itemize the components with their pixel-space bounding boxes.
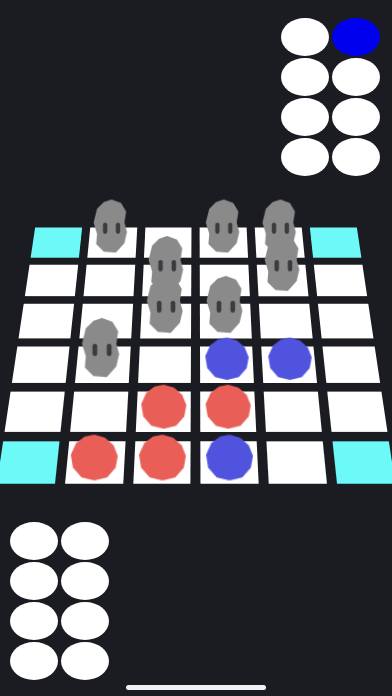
board-cell-r4c1[interactable] xyxy=(12,346,70,383)
piece-holder xyxy=(202,273,250,336)
rock-eye-left xyxy=(217,300,222,312)
tray-token-white[interactable] xyxy=(281,58,329,96)
board-cell-r1c1[interactable] xyxy=(31,227,82,257)
gray-rock-piece[interactable] xyxy=(89,197,134,255)
board-cell-r2c6[interactable] xyxy=(314,264,367,296)
board-cell-r5c1[interactable] xyxy=(5,392,65,432)
piece-holder xyxy=(140,383,187,429)
piece-holder xyxy=(142,273,190,336)
game-board xyxy=(18,201,374,483)
rock-eye-left xyxy=(158,260,162,272)
board-cell-r6c5[interactable] xyxy=(267,441,327,484)
gray-rock-piece[interactable] xyxy=(142,273,190,336)
board-cell-r1c6[interactable] xyxy=(310,227,361,257)
board-cell-r4c6[interactable] xyxy=(323,346,381,383)
tray-token-white[interactable] xyxy=(281,18,329,56)
tray-token-white[interactable] xyxy=(332,138,380,176)
piece-holder xyxy=(137,434,186,482)
piece-holder xyxy=(69,434,118,482)
board-cell-r1c4[interactable] xyxy=(200,227,248,257)
red-blob-piece[interactable] xyxy=(137,434,186,482)
board-cell-r2c2[interactable] xyxy=(83,264,135,296)
board-cell-r5c4[interactable] xyxy=(201,392,257,432)
game-screen xyxy=(0,0,392,696)
board-cell-r6c3[interactable] xyxy=(133,441,191,484)
red-blob-piece[interactable] xyxy=(140,383,187,429)
rock-eye-left xyxy=(216,222,220,233)
gray-rock-piece[interactable] xyxy=(261,234,307,294)
board-cell-r3c1[interactable] xyxy=(19,304,74,338)
rock-eye-left xyxy=(275,260,279,272)
board-cell-r6c1[interactable] xyxy=(0,441,59,484)
board-cell-r4c2[interactable] xyxy=(75,346,131,383)
board-cell-r3c4[interactable] xyxy=(200,304,252,338)
tray-token-white[interactable] xyxy=(61,602,109,640)
board-cell-r3c6[interactable] xyxy=(318,304,373,338)
piece-holder xyxy=(205,337,250,381)
blue-blob-piece[interactable] xyxy=(205,337,250,381)
red-blob-piece[interactable] xyxy=(205,383,252,429)
board-cell-r4c3[interactable] xyxy=(138,346,192,383)
gray-rock-piece[interactable] xyxy=(77,316,127,381)
board-cell-r5c2[interactable] xyxy=(70,392,128,432)
tray-token-blue[interactable] xyxy=(332,18,380,56)
red-player-tray xyxy=(10,522,109,682)
tray-token-white[interactable] xyxy=(332,58,380,96)
piece-holder xyxy=(268,337,313,381)
piece-holder xyxy=(89,197,134,255)
board-cell-r5c6[interactable] xyxy=(327,392,387,432)
rock-eye-left xyxy=(157,300,162,312)
board-cell-r2c1[interactable] xyxy=(25,264,78,296)
board-cell-r1c2[interactable] xyxy=(87,227,137,257)
rock-eye-right xyxy=(228,222,232,233)
gray-rock-piece[interactable] xyxy=(202,197,247,255)
board-cell-r4c5[interactable] xyxy=(262,346,318,383)
tray-token-white[interactable] xyxy=(332,98,380,136)
red-blob-piece[interactable] xyxy=(69,434,118,482)
tray-token-white[interactable] xyxy=(10,602,58,640)
rock-eye-right xyxy=(288,260,292,272)
blue-player-tray xyxy=(281,18,380,178)
tray-token-white[interactable] xyxy=(10,642,58,680)
tray-token-white[interactable] xyxy=(10,522,58,560)
rock-eye-right xyxy=(107,344,112,356)
rock-eye-right xyxy=(231,300,236,312)
piece-holder xyxy=(261,234,307,294)
rock-eye-left xyxy=(272,222,276,233)
tray-token-white[interactable] xyxy=(61,562,109,600)
board-cell-r6c2[interactable] xyxy=(65,441,125,484)
home-indicator-bar xyxy=(126,685,266,690)
board-cell-r3c5[interactable] xyxy=(259,304,313,338)
blue-blob-piece[interactable] xyxy=(205,434,254,482)
board-cell-r5c5[interactable] xyxy=(264,392,322,432)
rock-eye-right xyxy=(116,222,120,233)
rock-eye-right xyxy=(285,222,289,233)
board-cell-r3c3[interactable] xyxy=(140,304,192,338)
piece-holder xyxy=(205,383,252,429)
board-cell-r4c4[interactable] xyxy=(200,346,254,383)
piece-holder xyxy=(77,316,127,381)
rock-eye-right xyxy=(170,300,175,312)
tray-token-white[interactable] xyxy=(281,98,329,136)
gray-rock-piece[interactable] xyxy=(202,273,250,336)
board-grid xyxy=(0,227,392,483)
tray-token-white[interactable] xyxy=(61,642,109,680)
board-cell-r2c5[interactable] xyxy=(257,264,309,296)
tray-token-white[interactable] xyxy=(281,138,329,176)
rock-eye-right xyxy=(171,260,175,272)
piece-holder xyxy=(202,197,247,255)
tray-token-white[interactable] xyxy=(61,522,109,560)
board-cell-r6c6[interactable] xyxy=(333,441,392,484)
board-cell-r6c4[interactable] xyxy=(201,441,259,484)
rock-eye-left xyxy=(103,222,107,233)
blue-blob-piece[interactable] xyxy=(268,337,313,381)
board-cell-r5c3[interactable] xyxy=(135,392,191,432)
tray-token-white[interactable] xyxy=(10,562,58,600)
piece-holder xyxy=(205,434,254,482)
rock-eye-left xyxy=(92,344,97,356)
